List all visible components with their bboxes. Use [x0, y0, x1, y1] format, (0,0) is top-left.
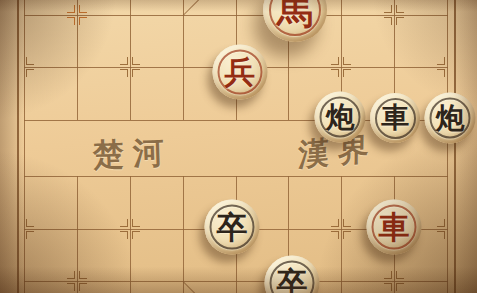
star-point — [66, 4, 88, 26]
star-point — [119, 56, 141, 78]
piece-red-pawn[interactable]: 兵 — [213, 45, 268, 100]
piece-glyph: 炮 — [326, 103, 355, 132]
grid-line — [454, 0, 456, 293]
star-point — [383, 270, 405, 292]
piece-black-pawn-2[interactable]: 卒 — [265, 256, 320, 293]
piece-black-cannon-1[interactable]: 炮 — [315, 92, 366, 143]
piece-black-cannon-2[interactable]: 炮 — [425, 93, 476, 144]
star-point — [436, 218, 458, 240]
grid-line — [24, 0, 25, 293]
board[interactable]: 楚河 漢界 馬兵炮車炮卒車卒 — [0, 0, 477, 293]
star-point — [66, 270, 88, 292]
xiangqi-board-screenshot: 楚河 漢界 馬兵炮車炮卒車卒 — [0, 0, 477, 293]
star-point — [436, 56, 458, 78]
palace-diagonal — [183, 281, 203, 293]
piece-red-chariot[interactable]: 車 — [367, 200, 422, 255]
star-point — [383, 4, 405, 26]
piece-black-chariot[interactable]: 車 — [370, 93, 420, 143]
piece-glyph: 兵 — [225, 57, 256, 88]
piece-glyph: 卒 — [217, 212, 248, 243]
grid-line — [447, 0, 448, 293]
piece-glyph: 車 — [379, 212, 410, 243]
grid-line — [183, 176, 184, 293]
piece-black-pawn-1[interactable]: 卒 — [205, 200, 260, 255]
star-point — [119, 218, 141, 240]
piece-red-horse[interactable]: 馬 — [263, 0, 327, 42]
star-point — [13, 56, 35, 78]
piece-glyph: 馬 — [277, 0, 313, 28]
star-point — [330, 56, 352, 78]
palace-diagonal — [183, 0, 203, 16]
grid-line — [183, 0, 184, 120]
piece-glyph: 車 — [381, 104, 409, 132]
grid-line — [17, 0, 19, 293]
star-point — [330, 218, 352, 240]
piece-glyph: 卒 — [277, 268, 308, 293]
river-label-chu-he: 楚河 — [92, 132, 173, 177]
star-point — [13, 218, 35, 240]
piece-glyph: 炮 — [436, 104, 465, 133]
